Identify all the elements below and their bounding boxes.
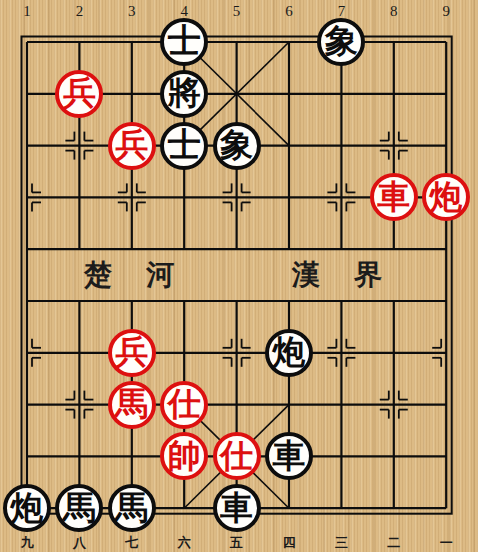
piece-black-elephant-f5r3[interactable]: 象	[213, 122, 261, 170]
bottom-file-label-5: 五	[226, 534, 248, 552]
xiangqi-board: 123456789 九八七六五四三二一 楚河 漢界 士象兵將兵士象車炮兵炮馬仕帥…	[0, 0, 478, 552]
piece-black-horse-f3r10[interactable]: 馬	[108, 484, 156, 532]
piece-black-cannon-f1r10[interactable]: 炮	[3, 484, 51, 532]
piece-red-pawn-f2r2[interactable]: 兵	[55, 70, 103, 118]
piece-red-chariot-f8r4[interactable]: 車	[370, 173, 418, 221]
piece-red-general-f4r9[interactable]: 帥	[160, 432, 208, 480]
bottom-file-label-8: 二	[383, 534, 405, 552]
piece-red-advisor-f4r8[interactable]: 仕	[160, 381, 208, 429]
bottom-file-label-6: 四	[278, 534, 300, 552]
bottom-file-label-9: 一	[435, 534, 457, 552]
pieces-layer: 士象兵將兵士象車炮兵炮馬仕帥仕車炮馬馬車	[1, 16, 473, 534]
piece-red-cannon-f9r4[interactable]: 炮	[422, 173, 470, 221]
bottom-file-label-7: 三	[330, 534, 352, 552]
piece-black-general-f4r2[interactable]: 將	[160, 70, 208, 118]
piece-black-advisor-f4r1[interactable]: 士	[160, 18, 208, 66]
piece-black-chariot-f6r9[interactable]: 車	[265, 432, 313, 480]
piece-red-horse-f3r8[interactable]: 馬	[108, 381, 156, 429]
bottom-file-label-4: 六	[173, 534, 195, 552]
piece-red-pawn-f3r3[interactable]: 兵	[108, 122, 156, 170]
piece-black-horse-f2r10[interactable]: 馬	[55, 484, 103, 532]
piece-black-chariot-f5r10[interactable]: 車	[213, 484, 261, 532]
bottom-file-label-2: 八	[68, 534, 90, 552]
piece-black-cannon-f6r7[interactable]: 炮	[265, 329, 313, 377]
piece-red-advisor-f5r9[interactable]: 仕	[213, 432, 261, 480]
bottom-file-label-1: 九	[16, 534, 38, 552]
piece-red-pawn-f3r7[interactable]: 兵	[108, 329, 156, 377]
piece-black-advisor-f4r3[interactable]: 士	[160, 122, 208, 170]
piece-black-elephant-f7r1[interactable]: 象	[317, 18, 365, 66]
bottom-file-label-3: 七	[121, 534, 143, 552]
